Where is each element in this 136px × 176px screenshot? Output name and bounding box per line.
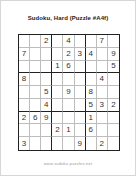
sudoku-cell-r9c4 <box>52 137 63 150</box>
sudoku-cell-r6c5 <box>63 99 74 112</box>
sudoku-cell-r5c7: 8 <box>86 86 97 99</box>
sudoku-cell-r1c5: 4 <box>63 35 74 48</box>
sudoku-cell-r7c2: 6 <box>30 112 41 125</box>
sudoku-cell-r8c2 <box>30 124 41 137</box>
sudoku-cell-r4c3 <box>41 73 52 86</box>
sudoku-cell-r3c2 <box>30 61 41 74</box>
sudoku-board: 247723491658459845322691216392 <box>18 34 120 151</box>
sudoku-cell-r5c3: 5 <box>41 86 52 99</box>
sudoku-cell-r7c5 <box>63 112 74 125</box>
sudoku-cell-r1c3: 2 <box>41 35 52 48</box>
sudoku-cell-r6c6 <box>75 99 86 112</box>
sudoku-cell-r4c7 <box>86 73 97 86</box>
sudoku-cell-r9c5 <box>63 137 74 150</box>
sudoku-cell-r1c9 <box>108 35 119 48</box>
sudoku-cell-r6c7: 5 <box>86 99 97 112</box>
sudoku-cell-r3c4: 1 <box>52 61 63 74</box>
sudoku-cell-r7c9 <box>108 112 119 125</box>
sudoku-cell-r2c2 <box>30 48 41 61</box>
sudoku-cell-r5c5: 9 <box>63 86 74 99</box>
sudoku-cell-r7c6 <box>75 112 86 125</box>
sudoku-cell-r1c6 <box>75 35 86 48</box>
sudoku-cell-r1c4 <box>52 35 63 48</box>
sudoku-cell-r4c8: 4 <box>97 73 108 86</box>
sudoku-cell-r8c7: 6 <box>86 124 97 137</box>
sudoku-cell-r7c3: 9 <box>41 112 52 125</box>
sudoku-cell-r4c2 <box>30 73 41 86</box>
sudoku-cell-r2c6: 3 <box>75 48 86 61</box>
sudoku-cell-r5c1 <box>19 86 30 99</box>
sudoku-cell-r5c9 <box>108 86 119 99</box>
sudoku-cell-r6c4 <box>52 99 63 112</box>
sudoku-cell-r2c7: 4 <box>86 48 97 61</box>
sudoku-cell-r2c9: 9 <box>108 48 119 61</box>
sudoku-cell-r3c5: 6 <box>63 61 74 74</box>
sudoku-cell-r4c6 <box>75 73 86 86</box>
sudoku-cell-r8c4: 2 <box>52 124 63 137</box>
sudoku-cell-r3c1 <box>19 61 30 74</box>
sudoku-cell-r6c2 <box>30 99 41 112</box>
sudoku-cell-r1c8: 7 <box>97 35 108 48</box>
sudoku-cell-r3c8 <box>97 61 108 74</box>
sudoku-cell-r7c4 <box>52 112 63 125</box>
sudoku-cell-r4c1: 8 <box>19 73 30 86</box>
sudoku-cell-r4c9 <box>108 73 119 86</box>
sudoku-cell-r2c8 <box>97 48 108 61</box>
sudoku-cell-r8c9 <box>108 124 119 137</box>
sudoku-cell-r9c1: 3 <box>19 137 30 150</box>
sudoku-cell-r5c8 <box>97 86 108 99</box>
sudoku-cell-r6c8: 3 <box>97 99 108 112</box>
sudoku-cell-r7c1: 2 <box>19 112 30 125</box>
sudoku-cell-r1c1 <box>19 35 30 48</box>
sudoku-cell-r7c7: 1 <box>86 112 97 125</box>
sudoku-cell-r8c1 <box>19 124 30 137</box>
sudoku-cell-r7c8 <box>97 112 108 125</box>
sudoku-cell-r9c3 <box>41 137 52 150</box>
sudoku-cell-r8c3 <box>41 124 52 137</box>
page-title: Sudoku, Hard (Puzzle #A4f) <box>1 15 135 21</box>
sudoku-cell-r8c5: 1 <box>63 124 74 137</box>
sudoku-cell-r9c7 <box>86 137 97 150</box>
sudoku-cell-r6c1 <box>19 99 30 112</box>
sudoku-cell-r1c7 <box>86 35 97 48</box>
sudoku-cell-r3c7 <box>86 61 97 74</box>
sudoku-cell-r9c8: 2 <box>97 137 108 150</box>
sudoku-cell-r3c9: 5 <box>108 61 119 74</box>
sudoku-cell-r2c1: 7 <box>19 48 30 61</box>
sudoku-cell-r6c9: 2 <box>108 99 119 112</box>
sudoku-cell-r9c6: 9 <box>75 137 86 150</box>
sudoku-cell-r2c3 <box>41 48 52 61</box>
sudoku-cell-r3c3 <box>41 61 52 74</box>
sudoku-cell-r1c2 <box>30 35 41 48</box>
sudoku-cell-r2c4 <box>52 48 63 61</box>
sudoku-cell-r5c6 <box>75 86 86 99</box>
sudoku-cell-r4c5 <box>63 73 74 86</box>
sudoku-cell-r2c5: 2 <box>63 48 74 61</box>
sudoku-cell-r3c6 <box>75 61 86 74</box>
sudoku-cell-r8c6 <box>75 124 86 137</box>
sudoku-cell-r4c4 <box>52 73 63 86</box>
sudoku-cell-r5c2 <box>30 86 41 99</box>
sudoku-cell-r5c4 <box>52 86 63 99</box>
footer-url: www.sudoku-puzzles.net <box>1 161 135 166</box>
puzzle-page: Sudoku, Hard (Puzzle #A4f) 2477234916584… <box>0 0 136 176</box>
sudoku-cell-r6c3: 4 <box>41 99 52 112</box>
sudoku-cell-r8c8 <box>97 124 108 137</box>
sudoku-cell-r9c9 <box>108 137 119 150</box>
sudoku-cell-r9c2 <box>30 137 41 150</box>
